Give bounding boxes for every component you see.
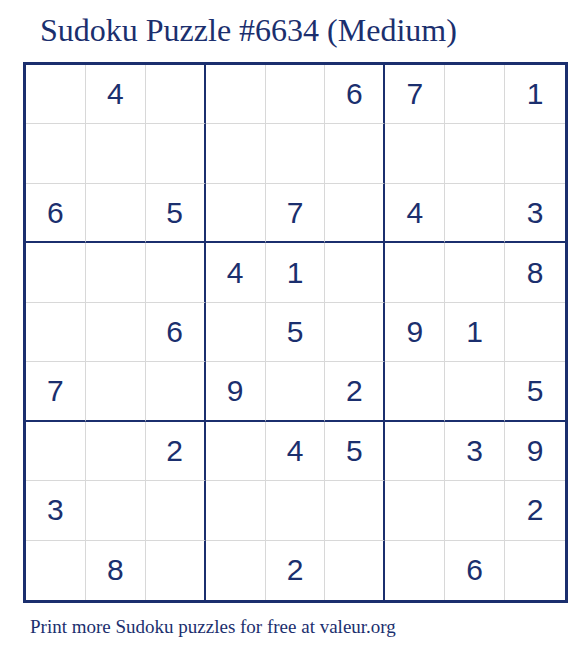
cell-r6c4: 9 xyxy=(206,362,266,421)
cell-r8c9: 2 xyxy=(505,481,565,540)
cell-r9c3 xyxy=(146,541,206,600)
cell-r2c5 xyxy=(266,124,326,183)
cell-r4c1 xyxy=(26,243,86,302)
cell-r4c6 xyxy=(325,243,385,302)
cell-r1c4 xyxy=(206,65,266,124)
cell-r5c6 xyxy=(325,303,385,362)
cell-r8c1: 3 xyxy=(26,481,86,540)
cell-r3c9: 3 xyxy=(505,184,565,243)
sudoku-page: Sudoku Puzzle #6634 (Medium) 46716574341… xyxy=(0,0,574,651)
cell-r5c1 xyxy=(26,303,86,362)
cell-r9c6 xyxy=(325,541,385,600)
cell-r9c7 xyxy=(385,541,445,600)
cell-r1c7: 7 xyxy=(385,65,445,124)
footer-text: Print more Sudoku puzzles for free at va… xyxy=(30,616,396,638)
cell-r2c9 xyxy=(505,124,565,183)
cell-r9c8: 6 xyxy=(445,541,505,600)
cell-r2c6 xyxy=(325,124,385,183)
cell-r4c4: 4 xyxy=(206,243,266,302)
cell-r8c6 xyxy=(325,481,385,540)
page-title: Sudoku Puzzle #6634 (Medium) xyxy=(40,12,457,49)
cell-r7c6: 5 xyxy=(325,422,385,481)
cell-r6c5 xyxy=(266,362,326,421)
cell-r7c1 xyxy=(26,422,86,481)
cell-r1c9: 1 xyxy=(505,65,565,124)
cell-r1c6: 6 xyxy=(325,65,385,124)
cell-r4c3 xyxy=(146,243,206,302)
cell-r5c3: 6 xyxy=(146,303,206,362)
cell-r7c4 xyxy=(206,422,266,481)
cell-r5c2 xyxy=(86,303,146,362)
cell-r8c5 xyxy=(266,481,326,540)
cell-r3c4 xyxy=(206,184,266,243)
cell-r4c7 xyxy=(385,243,445,302)
cell-r5c5: 5 xyxy=(266,303,326,362)
cell-r9c9 xyxy=(505,541,565,600)
cell-r7c9: 9 xyxy=(505,422,565,481)
cell-r4c2 xyxy=(86,243,146,302)
cell-r9c2: 8 xyxy=(86,541,146,600)
cell-r6c3 xyxy=(146,362,206,421)
cell-r8c7 xyxy=(385,481,445,540)
cell-r6c8 xyxy=(445,362,505,421)
cell-r5c9 xyxy=(505,303,565,362)
cell-r5c7: 9 xyxy=(385,303,445,362)
cell-r3c5: 7 xyxy=(266,184,326,243)
cell-r2c2 xyxy=(86,124,146,183)
cell-r7c5: 4 xyxy=(266,422,326,481)
cell-r8c4 xyxy=(206,481,266,540)
cell-r4c9: 8 xyxy=(505,243,565,302)
cell-r4c8 xyxy=(445,243,505,302)
cell-r3c7: 4 xyxy=(385,184,445,243)
cell-r4c5: 1 xyxy=(266,243,326,302)
cell-r6c6: 2 xyxy=(325,362,385,421)
cell-r6c9: 5 xyxy=(505,362,565,421)
cell-r1c5 xyxy=(266,65,326,124)
cell-r9c1 xyxy=(26,541,86,600)
cell-r2c7 xyxy=(385,124,445,183)
cell-r1c8 xyxy=(445,65,505,124)
cell-r1c2: 4 xyxy=(86,65,146,124)
cell-r3c1: 6 xyxy=(26,184,86,243)
cell-r2c3 xyxy=(146,124,206,183)
cell-r7c8: 3 xyxy=(445,422,505,481)
cell-r3c6 xyxy=(325,184,385,243)
cell-r6c2 xyxy=(86,362,146,421)
cell-r5c8: 1 xyxy=(445,303,505,362)
cell-r6c7 xyxy=(385,362,445,421)
cell-r6c1: 7 xyxy=(26,362,86,421)
cell-r5c4 xyxy=(206,303,266,362)
cell-r3c8 xyxy=(445,184,505,243)
cell-r3c2 xyxy=(86,184,146,243)
cell-r1c1 xyxy=(26,65,86,124)
cell-r2c8 xyxy=(445,124,505,183)
cell-r1c3 xyxy=(146,65,206,124)
cell-r2c1 xyxy=(26,124,86,183)
cell-r7c7 xyxy=(385,422,445,481)
sudoku-board: 467165743418659179252453932826 xyxy=(23,62,568,603)
cell-r7c3: 2 xyxy=(146,422,206,481)
cell-r9c5: 2 xyxy=(266,541,326,600)
cell-r7c2 xyxy=(86,422,146,481)
cell-r2c4 xyxy=(206,124,266,183)
cell-r8c8 xyxy=(445,481,505,540)
cell-r8c2 xyxy=(86,481,146,540)
cell-r9c4 xyxy=(206,541,266,600)
cell-r8c3 xyxy=(146,481,206,540)
cell-r3c3: 5 xyxy=(146,184,206,243)
